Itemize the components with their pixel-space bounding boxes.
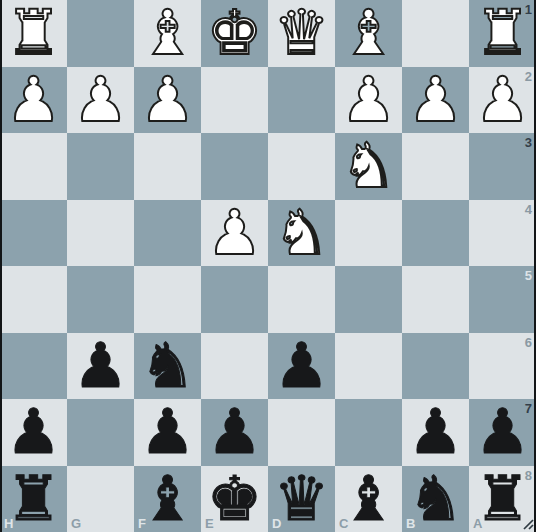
square-d8[interactable]: ♛D [268, 466, 335, 532]
piece-white-pawn[interactable]: ♟ [73, 69, 129, 131]
square-g3[interactable] [67, 133, 134, 200]
piece-black-king[interactable]: ♚ [207, 468, 263, 530]
piece-white-knight[interactable]: ♞ [274, 202, 330, 264]
square-g7[interactable] [67, 399, 134, 466]
square-h7[interactable]: ♟ [0, 399, 67, 466]
square-e3[interactable] [201, 133, 268, 200]
square-d7[interactable] [268, 399, 335, 466]
square-b5[interactable] [402, 266, 469, 333]
square-a2[interactable]: ♟2 [469, 67, 536, 134]
piece-white-rook[interactable]: ♜ [6, 2, 62, 64]
square-c1[interactable]: ♝ [335, 0, 402, 67]
square-b3[interactable] [402, 133, 469, 200]
square-h8[interactable]: ♜H [0, 466, 67, 532]
square-b1[interactable] [402, 0, 469, 67]
square-b7[interactable]: ♟ [402, 399, 469, 466]
square-g5[interactable] [67, 266, 134, 333]
square-f8[interactable]: ♝F [134, 466, 201, 532]
piece-black-pawn[interactable]: ♟ [274, 335, 330, 397]
square-f6[interactable]: ♞ [134, 333, 201, 400]
piece-black-rook[interactable]: ♜ [6, 468, 62, 530]
square-a4[interactable]: 4 [469, 200, 536, 267]
piece-white-pawn[interactable]: ♟ [408, 69, 464, 131]
rank-label-4: 4 [525, 203, 532, 216]
square-d2[interactable] [268, 67, 335, 134]
square-f5[interactable] [134, 266, 201, 333]
rank-label-3: 3 [525, 136, 532, 149]
piece-white-bishop[interactable]: ♝ [341, 2, 397, 64]
square-d4[interactable]: ♞ [268, 200, 335, 267]
square-h6[interactable] [0, 333, 67, 400]
piece-white-bishop[interactable]: ♝ [140, 2, 196, 64]
piece-white-queen[interactable]: ♛ [274, 2, 330, 64]
square-e6[interactable] [201, 333, 268, 400]
square-g1[interactable] [67, 0, 134, 67]
square-c6[interactable] [335, 333, 402, 400]
square-c5[interactable] [335, 266, 402, 333]
square-c7[interactable] [335, 399, 402, 466]
square-b4[interactable] [402, 200, 469, 267]
square-a6[interactable]: 6 [469, 333, 536, 400]
square-d3[interactable] [268, 133, 335, 200]
square-d5[interactable] [268, 266, 335, 333]
piece-black-pawn[interactable]: ♟ [6, 401, 62, 463]
square-h5[interactable] [0, 266, 67, 333]
square-a1[interactable]: ♜1 [469, 0, 536, 67]
square-c3[interactable]: ♞ [335, 133, 402, 200]
square-e5[interactable] [201, 266, 268, 333]
square-h3[interactable] [0, 133, 67, 200]
piece-black-pawn[interactable]: ♟ [475, 401, 531, 463]
square-f3[interactable] [134, 133, 201, 200]
square-e4[interactable]: ♟ [201, 200, 268, 267]
piece-black-pawn[interactable]: ♟ [140, 401, 196, 463]
square-c2[interactable]: ♟ [335, 67, 402, 134]
piece-black-bishop[interactable]: ♝ [140, 468, 196, 530]
square-e2[interactable] [201, 67, 268, 134]
square-e8[interactable]: ♚E [201, 466, 268, 532]
board-resize-handle-icon[interactable] [520, 516, 534, 530]
piece-black-pawn[interactable]: ♟ [207, 401, 263, 463]
piece-black-pawn[interactable]: ♟ [408, 401, 464, 463]
piece-white-pawn[interactable]: ♟ [6, 69, 62, 131]
chess-board: ♜♝♚♛♝♜1♟♟♟♟♟♟2♞3♟♞45♟♞♟6♟♟♟♟♟7♜HG♝F♚E♛D♝… [0, 0, 536, 532]
square-f1[interactable]: ♝ [134, 0, 201, 67]
piece-black-pawn[interactable]: ♟ [73, 335, 129, 397]
piece-black-bishop[interactable]: ♝ [341, 468, 397, 530]
piece-black-knight[interactable]: ♞ [408, 468, 464, 530]
file-label-G: G [71, 517, 81, 530]
square-g6[interactable]: ♟ [67, 333, 134, 400]
square-d1[interactable]: ♛ [268, 0, 335, 67]
rank-label-6: 6 [525, 336, 532, 349]
piece-white-knight[interactable]: ♞ [341, 135, 397, 197]
square-c4[interactable] [335, 200, 402, 267]
piece-white-pawn[interactable]: ♟ [341, 69, 397, 131]
rank-label-5: 5 [525, 269, 532, 282]
square-g2[interactable]: ♟ [67, 67, 134, 134]
piece-white-pawn[interactable]: ♟ [475, 69, 531, 131]
square-b8[interactable]: ♞B [402, 466, 469, 532]
piece-white-pawn[interactable]: ♟ [140, 69, 196, 131]
piece-black-queen[interactable]: ♛ [274, 468, 330, 530]
square-h1[interactable]: ♜ [0, 0, 67, 67]
square-a7[interactable]: ♟7 [469, 399, 536, 466]
square-d6[interactable]: ♟ [268, 333, 335, 400]
square-f2[interactable]: ♟ [134, 67, 201, 134]
square-a3[interactable]: 3 [469, 133, 536, 200]
square-g4[interactable] [67, 200, 134, 267]
square-c8[interactable]: ♝C [335, 466, 402, 532]
square-e7[interactable]: ♟ [201, 399, 268, 466]
piece-black-knight[interactable]: ♞ [140, 335, 196, 397]
square-h2[interactable]: ♟ [0, 67, 67, 134]
square-e1[interactable]: ♚ [201, 0, 268, 67]
square-h4[interactable] [0, 200, 67, 267]
piece-white-pawn[interactable]: ♟ [207, 202, 263, 264]
piece-white-king[interactable]: ♚ [207, 2, 263, 64]
square-b2[interactable]: ♟ [402, 67, 469, 134]
square-g8[interactable]: G [67, 466, 134, 532]
piece-white-rook[interactable]: ♜ [475, 2, 531, 64]
square-b6[interactable] [402, 333, 469, 400]
square-f7[interactable]: ♟ [134, 399, 201, 466]
square-f4[interactable] [134, 200, 201, 267]
square-a5[interactable]: 5 [469, 266, 536, 333]
